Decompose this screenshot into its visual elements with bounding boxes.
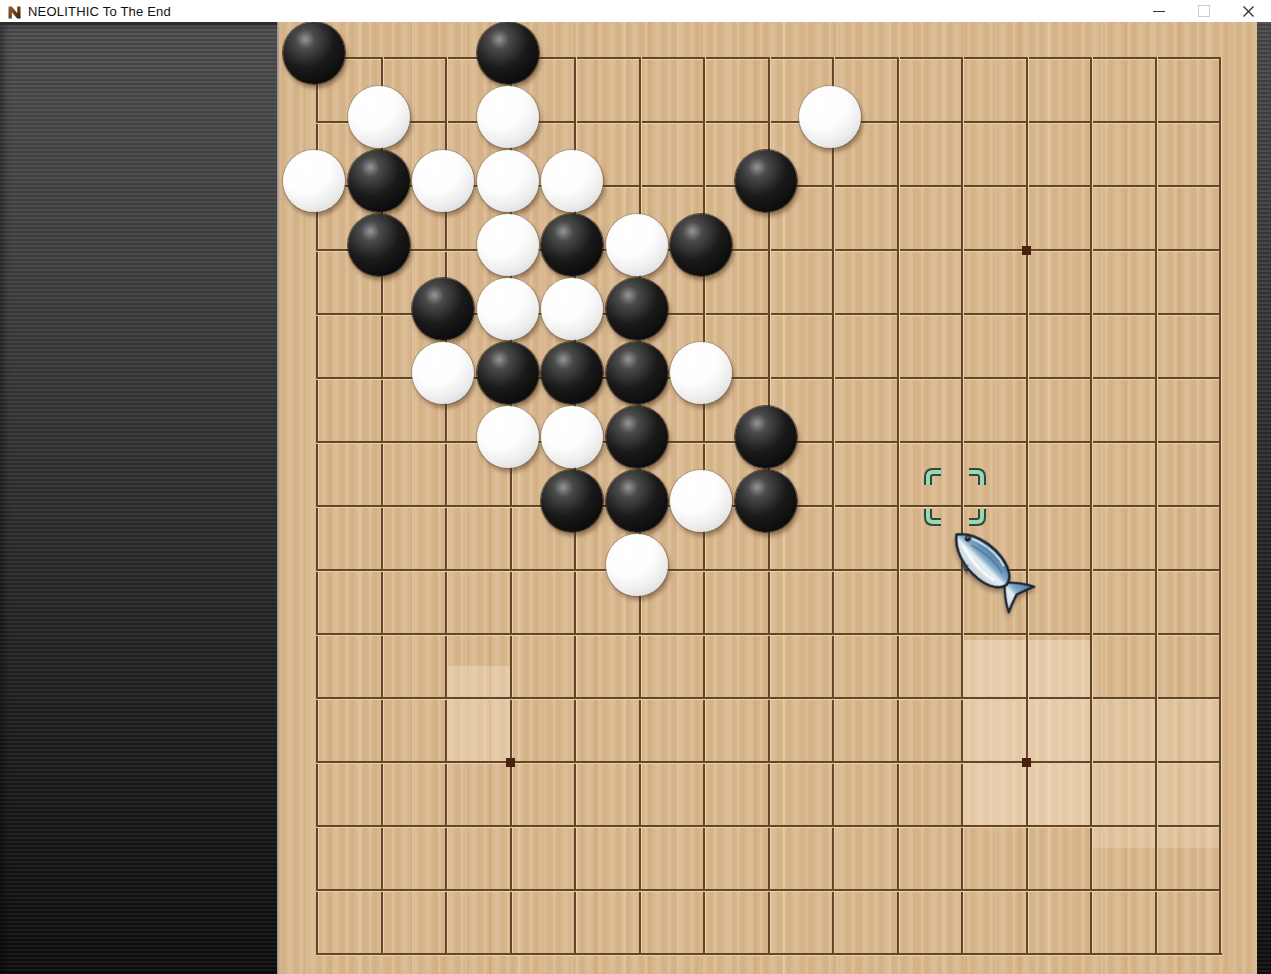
grid-line-h <box>316 697 1222 700</box>
stone-white <box>412 342 474 404</box>
stone-black <box>606 406 668 468</box>
window-controls <box>1136 0 1271 22</box>
grid-line-v <box>1090 57 1093 956</box>
close-button[interactable] <box>1226 0 1271 22</box>
wood-light-patch <box>446 666 512 764</box>
stone-black <box>670 214 732 276</box>
close-icon <box>1242 5 1255 18</box>
side-panel <box>0 22 277 974</box>
grid-line-h <box>316 825 1222 828</box>
stone-black <box>735 150 797 212</box>
stone-black <box>606 470 668 532</box>
stone-black <box>348 150 410 212</box>
stone-white <box>283 150 345 212</box>
titlebar[interactable]: NEOLITHIC To The End <box>0 0 1271 22</box>
grid-line-h <box>316 889 1222 892</box>
stone-black <box>541 342 603 404</box>
stone-white <box>477 406 539 468</box>
stone-black <box>735 406 797 468</box>
star-point <box>1022 758 1031 767</box>
stone-black <box>477 342 539 404</box>
stone-white <box>670 342 732 404</box>
grid-line-v <box>1026 57 1029 956</box>
grid-line-v <box>1155 57 1158 956</box>
maximize-button <box>1181 0 1226 22</box>
right-strip <box>1257 22 1271 974</box>
stone-white <box>348 86 410 148</box>
game-board[interactable] <box>277 22 1257 974</box>
minimize-icon <box>1153 11 1165 12</box>
stone-white <box>670 470 732 532</box>
window-title: NEOLITHIC To The End <box>28 4 171 19</box>
star-point <box>506 758 515 767</box>
stone-black <box>412 278 474 340</box>
stone-white <box>799 86 861 148</box>
stone-white <box>412 150 474 212</box>
stone-white <box>606 534 668 596</box>
stone-black <box>735 470 797 532</box>
app-icon <box>8 5 21 18</box>
stone-black <box>348 214 410 276</box>
stone-white <box>477 278 539 340</box>
stone-white <box>541 150 603 212</box>
grid-line-h <box>316 953 1222 956</box>
grid-line-h <box>316 569 1222 572</box>
stone-white <box>606 214 668 276</box>
stone-white <box>477 150 539 212</box>
minimize-button[interactable] <box>1136 0 1181 22</box>
grid-line-v <box>1219 57 1222 956</box>
stone-black <box>541 214 603 276</box>
stone-white <box>477 86 539 148</box>
stone-black <box>606 342 668 404</box>
content-area <box>0 22 1271 974</box>
stone-black <box>606 278 668 340</box>
grid-line-v <box>897 57 900 956</box>
maximize-icon <box>1198 5 1210 17</box>
stone-white <box>477 214 539 276</box>
stone-black <box>541 470 603 532</box>
stone-black <box>477 22 539 84</box>
grid-line-h <box>316 633 1222 636</box>
stone-black <box>283 22 345 84</box>
fish-cursor <box>939 517 1039 617</box>
stone-white <box>541 278 603 340</box>
star-point <box>1022 246 1031 255</box>
grid-line-h <box>316 761 1222 764</box>
stone-white <box>541 406 603 468</box>
game-window: NEOLITHIC To The End <box>0 0 1271 974</box>
grid-line-v <box>832 57 835 956</box>
